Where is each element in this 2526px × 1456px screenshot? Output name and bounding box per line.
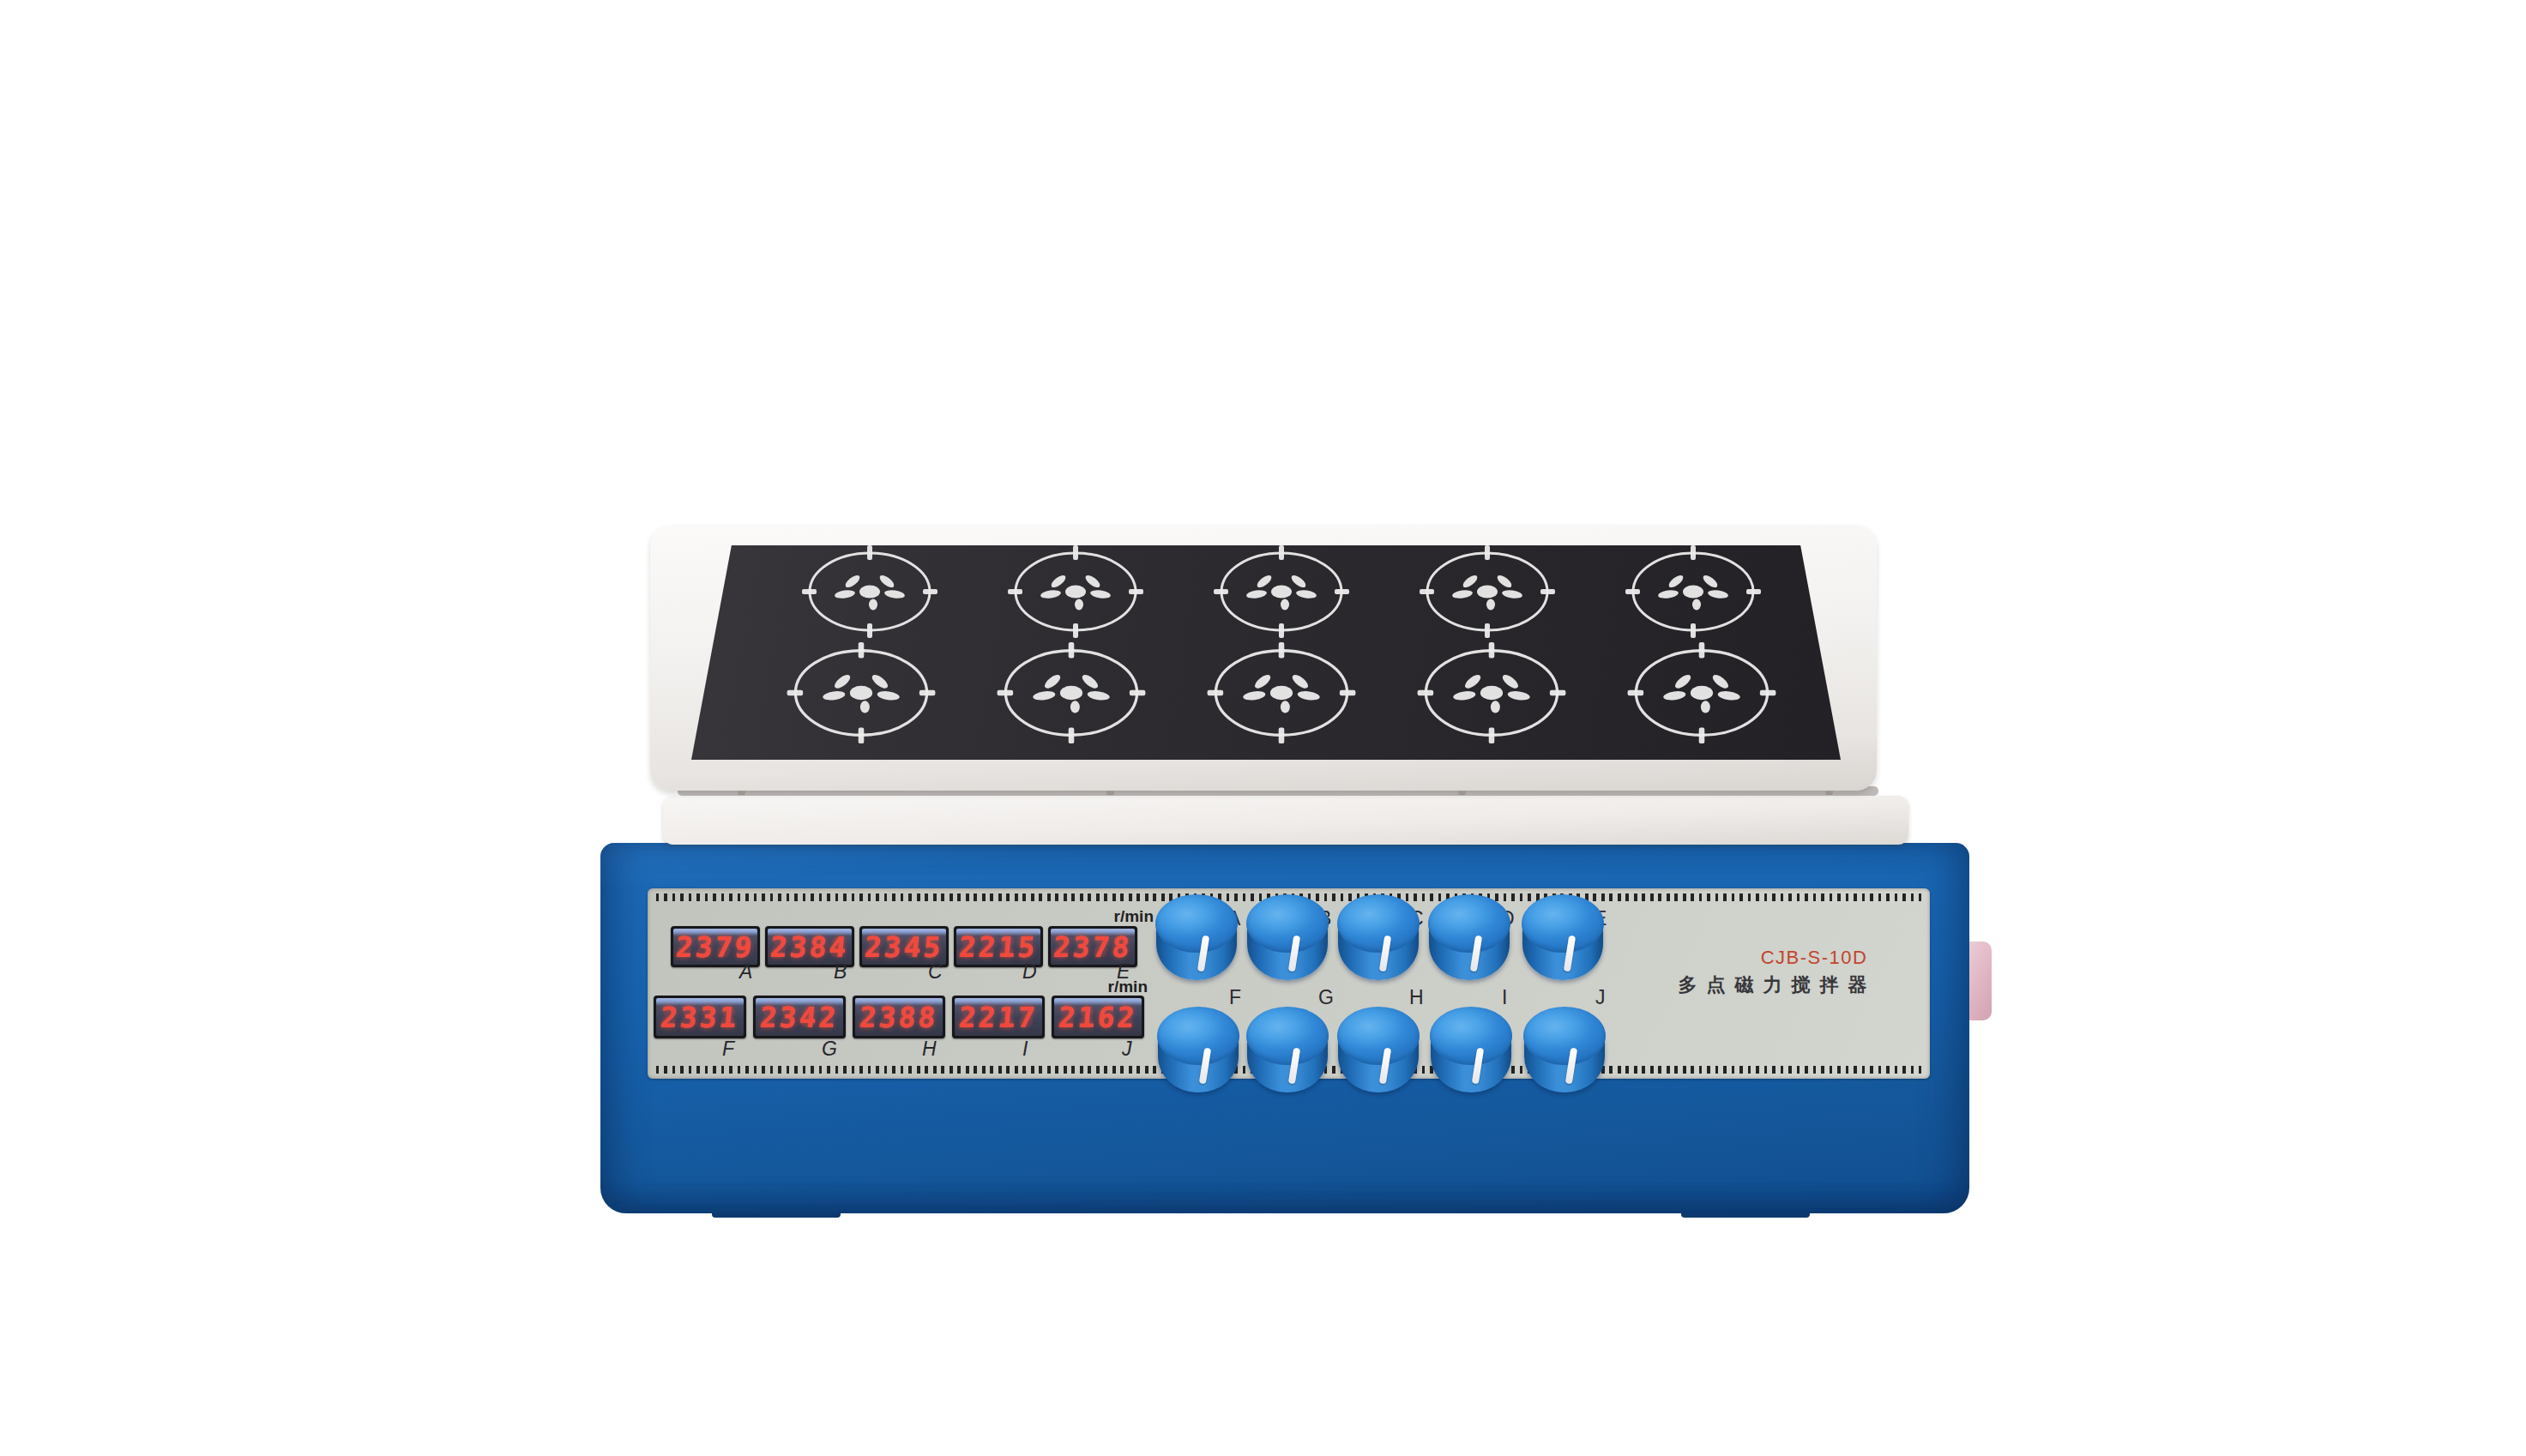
stir-position-marker [1412,641,1571,745]
led-screen: 88882215 [956,929,1040,965]
speed-knob-h[interactable] [1337,1007,1420,1094]
speed-knob-f[interactable] [1157,1007,1239,1094]
stir-position-marker [1414,544,1560,639]
stir-plate-top [650,525,1877,791]
rpm-value-j: 2162 [1058,1003,1138,1032]
rpm-display-h: 88882388 [853,996,945,1038]
rpm-value-a: 2379 [675,933,756,961]
led-screen: 88882379 [673,929,757,965]
rpm-value-f: 2331 [660,1003,740,1032]
knob-label-j: J [1595,986,1606,1009]
rpm-display-j: 88882162 [1052,996,1144,1038]
stir-position-marker [1003,544,1148,639]
display-label-f: F [722,1038,734,1061]
stir-position-marker [1622,641,1781,745]
unit-label-row2: r/min [1066,978,1148,996]
display-label-c: C [928,960,943,984]
led-screen: 88882331 [656,998,744,1036]
knob-top [1157,1007,1239,1065]
rpm-value-i: 2217 [958,1003,1039,1032]
speed-knob-a[interactable] [1155,894,1238,982]
led-screen: 88882388 [855,998,943,1036]
speed-knob-b[interactable] [1246,894,1329,982]
device-name-cn: 多点磁力搅拌器 [1666,972,1889,998]
display-label-h: H [922,1038,937,1061]
model-number: CJB-S-10D [1715,947,1913,969]
display-label-g: G [822,1038,837,1061]
knob-top [1430,1007,1512,1065]
unit-label-row1: r/min [1072,907,1154,926]
rpm-value-d: 2215 [958,933,1039,961]
rpm-value-g: 2342 [759,1003,840,1032]
rpm-value-h: 2388 [859,1003,939,1032]
speed-knob-c[interactable] [1337,894,1420,982]
knob-label-i: I [1502,986,1507,1009]
speed-knob-e[interactable] [1522,894,1604,982]
knob-top [1337,894,1420,953]
stir-position-marker [992,641,1151,745]
stir-position-marker [1202,641,1361,745]
product-photo: r/min r/min 88882379 88882384 88882345 8… [0,0,2526,1456]
display-label-d: D [1022,960,1037,984]
rpm-value-b: 2384 [769,933,850,961]
led-screen: 88882217 [955,998,1042,1036]
speed-knob-g[interactable] [1246,1007,1329,1094]
rpm-display-g: 88882342 [753,996,846,1038]
led-screen: 88882162 [1054,998,1142,1036]
led-screen: 88882345 [862,929,946,965]
plate-base-tier [663,796,1908,845]
display-label-a: A [739,960,752,984]
rpm-value-c: 2345 [864,933,944,961]
stir-position-marker [1620,544,1766,639]
knob-top [1337,1007,1420,1065]
led-screen: 88882378 [1051,929,1135,965]
stir-position-marker [781,641,941,745]
led-screen: 88882342 [756,998,843,1036]
display-label-i: I [1022,1038,1028,1061]
ceramic-glass-panel [691,545,1841,760]
speed-knob-i[interactable] [1430,1007,1512,1094]
speed-knob-j[interactable] [1523,1007,1606,1094]
rpm-value-e: 2378 [1052,933,1133,961]
display-label-j: J [1122,1038,1132,1061]
knob-top [1246,894,1329,953]
knob-top [1523,1007,1606,1065]
knob-top [1428,894,1510,953]
knob-label-g: G [1318,986,1334,1009]
speed-knob-d[interactable] [1428,894,1510,982]
led-screen: 88882384 [768,929,852,965]
knob-top [1246,1007,1329,1065]
rpm-display-i: 88882217 [952,996,1045,1038]
rpm-display-f: 88882331 [654,996,746,1038]
display-label-e: E [1117,960,1130,984]
display-label-b: B [834,960,847,984]
knob-top [1155,894,1238,953]
stir-position-marker [1209,544,1354,639]
knob-top [1522,894,1604,953]
knob-label-f: F [1229,986,1241,1009]
knob-label-h: H [1409,986,1424,1009]
stir-position-marker [797,544,943,639]
